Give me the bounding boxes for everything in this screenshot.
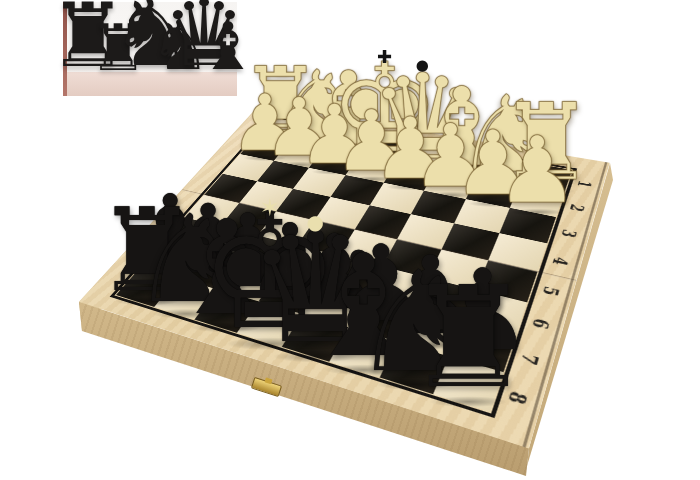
white-pawn-icon: ♟ (496, 125, 578, 217)
inset-black-bishop-small-icon: ♝ (198, 14, 257, 80)
piece-white-pawn-a2[interactable]: ♟ (496, 125, 578, 217)
black-rook-icon: ♜ (406, 268, 532, 408)
rank-label-5: 5 (537, 281, 565, 301)
rank-label-4: 4 (547, 252, 574, 270)
piece-black-rook-a8[interactable]: ♜ (406, 268, 532, 408)
inset-product-photo[interactable]: ♜♜♞♞♛♝ (63, 2, 237, 96)
rank-label-3: 3 (556, 225, 582, 242)
product-photo-stage: ♜♜♞♞♛♝ 1 2 3 4 5 6 7 8 ♜♞♝♛●♚✚♝♞♜♟♟♟♟♟♟♟… (0, 0, 700, 480)
